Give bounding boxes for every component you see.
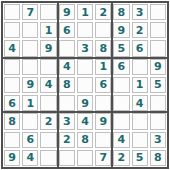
cell-value: 9 [118, 25, 126, 36]
cell-value: 4 [63, 61, 71, 72]
cell-r6c8[interactable]: 4 [132, 95, 148, 111]
cell-r5c3[interactable]: 4 [40, 77, 56, 93]
cell-r6c9[interactable] [150, 95, 166, 111]
cell-r3c6[interactable]: 8 [95, 40, 111, 56]
cell-r3c8[interactable]: 6 [132, 40, 148, 56]
cell-r2c4[interactable]: 6 [59, 22, 75, 38]
cell-value: 2 [99, 7, 107, 18]
cell-value: 2 [136, 25, 144, 36]
cell-value: 4 [81, 116, 89, 127]
cell-value: 8 [118, 7, 126, 18]
cell-r8c3[interactable] [40, 132, 56, 148]
cell-value: 6 [8, 98, 16, 109]
cell-r3c1[interactable]: 4 [4, 40, 20, 56]
cell-value: 1 [81, 7, 89, 18]
cell-r1c7[interactable]: 8 [113, 4, 129, 20]
cell-value: 2 [63, 134, 71, 145]
cell-r8c6[interactable] [95, 132, 111, 148]
cell-value: 6 [118, 61, 126, 72]
cell-r8c5[interactable]: 8 [77, 132, 93, 148]
cell-r4c3[interactable] [40, 59, 56, 75]
cell-r9c1[interactable]: 9 [4, 150, 20, 166]
cell-value: 9 [63, 7, 71, 18]
cell-value: 8 [63, 79, 71, 90]
cell-value: 4 [27, 152, 35, 163]
cell-r3c7[interactable]: 5 [113, 40, 129, 56]
cell-r4c5[interactable] [77, 59, 93, 75]
cell-r4c1[interactable] [4, 59, 20, 75]
cell-r8c7[interactable]: 4 [113, 132, 129, 148]
cell-value: 1 [27, 98, 35, 109]
cell-r9c8[interactable]: 5 [132, 150, 148, 166]
cell-r2c8[interactable]: 2 [132, 22, 148, 38]
cell-value: 3 [136, 7, 144, 18]
cell-r3c2[interactable] [22, 40, 38, 56]
cell-r9c2[interactable]: 4 [22, 150, 38, 166]
cell-r2c1[interactable] [4, 22, 20, 38]
cell-value: 6 [136, 43, 144, 54]
cell-value: 6 [27, 134, 35, 145]
cell-value: 9 [154, 61, 162, 72]
cell-r3c3[interactable]: 9 [40, 40, 56, 56]
cell-r9c3[interactable] [40, 150, 56, 166]
cell-r2c9[interactable] [150, 22, 166, 38]
cell-r2c5[interactable] [77, 22, 93, 38]
cell-value: 4 [136, 98, 144, 109]
cell-value: 9 [45, 43, 53, 54]
cell-r8c4[interactable]: 2 [59, 132, 75, 148]
cell-r6c7[interactable] [113, 95, 129, 111]
cell-r6c3[interactable] [40, 95, 56, 111]
cell-r7c7[interactable] [113, 113, 129, 129]
cell-r1c8[interactable]: 3 [132, 4, 148, 20]
cell-r3c9[interactable] [150, 40, 166, 56]
cell-r7c8[interactable] [132, 113, 148, 129]
cell-value: 5 [154, 79, 162, 90]
cell-value: 7 [99, 152, 107, 163]
cell-r2c3[interactable]: 1 [40, 22, 56, 38]
cell-value: 7 [27, 7, 35, 18]
cell-r2c7[interactable]: 9 [113, 22, 129, 38]
cell-r8c9[interactable]: 3 [150, 132, 166, 148]
cell-r7c4[interactable]: 3 [59, 113, 75, 129]
cell-r5c9[interactable]: 5 [150, 77, 166, 93]
cell-value: 5 [136, 152, 144, 163]
sudoku-board: 7912831692493856416994861561948234962843… [1, 1, 169, 169]
cell-r5c2[interactable]: 9 [22, 77, 38, 93]
cell-value: 3 [154, 134, 162, 145]
cell-r7c6[interactable]: 9 [95, 113, 111, 129]
cell-r5c5[interactable] [77, 77, 93, 93]
cell-r4c8[interactable] [132, 59, 148, 75]
cell-r5c7[interactable] [113, 77, 129, 93]
cell-value: 2 [118, 152, 126, 163]
cell-r1c6[interactable]: 2 [95, 4, 111, 20]
cell-r7c9[interactable] [150, 113, 166, 129]
cell-value: 8 [81, 134, 89, 145]
cell-r1c1[interactable] [4, 4, 20, 20]
cell-value: 2 [45, 116, 53, 127]
cell-r9c4[interactable] [59, 150, 75, 166]
cell-r1c2[interactable]: 7 [22, 4, 38, 20]
cell-r9c7[interactable]: 2 [113, 150, 129, 166]
cell-r4c7[interactable]: 6 [113, 59, 129, 75]
cell-value: 6 [63, 25, 71, 36]
box-divider-horizontal-1 [3, 57, 167, 59]
cell-value: 5 [118, 43, 126, 54]
cell-r1c4[interactable]: 9 [59, 4, 75, 20]
cell-r5c6[interactable]: 6 [95, 77, 111, 93]
cell-value: 4 [45, 79, 53, 90]
cell-r8c8[interactable] [132, 132, 148, 148]
cell-r7c3[interactable]: 2 [40, 113, 56, 129]
cell-r8c1[interactable] [4, 132, 20, 148]
cell-r3c4[interactable] [59, 40, 75, 56]
cell-r1c9[interactable] [150, 4, 166, 20]
box-divider-horizontal-2 [3, 111, 167, 113]
cell-r4c2[interactable] [22, 59, 38, 75]
cell-value: 4 [8, 43, 16, 54]
cell-value: 8 [8, 116, 16, 127]
cell-r2c2[interactable] [22, 22, 38, 38]
cell-r5c1[interactable] [4, 77, 20, 93]
cell-value: 8 [154, 152, 162, 163]
cell-value: 9 [8, 152, 16, 163]
cell-r1c5[interactable]: 1 [77, 4, 93, 20]
cell-r6c4[interactable] [59, 95, 75, 111]
cell-r1c3[interactable] [40, 4, 56, 20]
cell-r8c2[interactable]: 6 [22, 132, 38, 148]
cell-r4c9[interactable]: 9 [150, 59, 166, 75]
cell-value: 4 [118, 134, 126, 145]
cell-value: 8 [99, 43, 107, 54]
cell-value: 9 [81, 98, 89, 109]
cell-r6c6[interactable] [95, 95, 111, 111]
cell-r5c4[interactable]: 8 [59, 77, 75, 93]
cell-r9c9[interactable]: 8 [150, 150, 166, 166]
cell-r6c1[interactable]: 6 [4, 95, 20, 111]
cell-value: 1 [99, 61, 107, 72]
cell-r7c1[interactable]: 8 [4, 113, 20, 129]
cell-value: 6 [99, 79, 107, 90]
cell-value: 1 [45, 25, 53, 36]
cell-value: 9 [99, 116, 107, 127]
cell-r5c8[interactable]: 1 [132, 77, 148, 93]
cell-r4c4[interactable]: 4 [59, 59, 75, 75]
cell-r4c6[interactable]: 1 [95, 59, 111, 75]
cell-value: 9 [27, 79, 35, 90]
cell-r9c6[interactable]: 7 [95, 150, 111, 166]
cell-value: 1 [136, 79, 144, 90]
cell-r9c5[interactable] [77, 150, 93, 166]
cell-r3c5[interactable]: 3 [77, 40, 93, 56]
cell-r2c6[interactable] [95, 22, 111, 38]
box-divider-vertical-2 [111, 3, 113, 167]
box-divider-vertical-1 [57, 3, 59, 167]
cell-r7c2[interactable] [22, 113, 38, 129]
cell-r6c2[interactable]: 1 [22, 95, 38, 111]
cell-r7c5[interactable]: 4 [77, 113, 93, 129]
cell-value: 3 [63, 116, 71, 127]
cell-value: 3 [81, 43, 89, 54]
cell-r6c5[interactable]: 9 [77, 95, 93, 111]
